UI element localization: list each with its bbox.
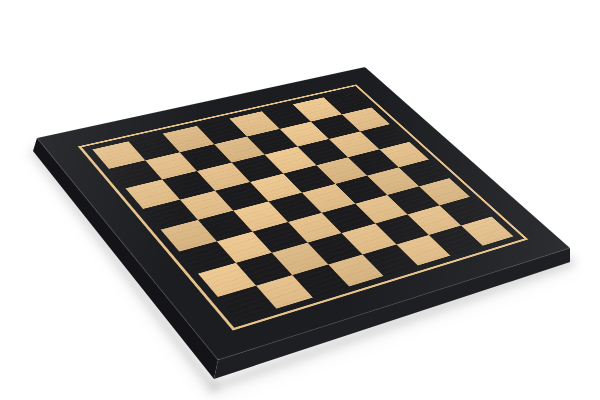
product-photo (0, 0, 600, 400)
